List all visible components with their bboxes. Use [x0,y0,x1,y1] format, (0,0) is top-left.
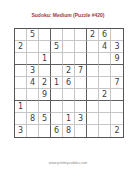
cell-r4-c6: 7 [75,65,87,77]
cell-r6-c9 [111,89,123,101]
cell-r1-c6 [75,29,87,41]
cell-r6-c2 [27,89,39,101]
cell-r5-c6 [75,77,87,89]
cell-r9-c4: 6 [51,125,63,137]
cell-r3-c3: 1 [39,53,51,65]
cell-r9-c7 [87,125,99,137]
cell-r6-c7 [87,89,99,101]
cell-r5-c7 [87,77,99,89]
cell-r2-c7 [87,41,99,53]
cell-r8-c1 [15,113,27,125]
cell-r9-c9: 2 [111,125,123,137]
cell-r2-c9: 3 [111,41,123,53]
cell-r6-c5 [63,89,75,101]
cell-r4-c3 [39,65,51,77]
cell-r4-c7 [87,65,99,77]
cell-r3-c8 [99,53,111,65]
cell-r9-c8 [99,125,111,137]
cell-r6-c4 [51,89,63,101]
cell-r9-c6 [75,125,87,137]
cell-r7-c1: 1 [15,101,27,113]
cell-r1-c7: 2 [87,29,99,41]
cell-r2-c8: 4 [99,41,111,53]
cell-r9-c3 [39,125,51,137]
cell-r8-c2: 8 [27,113,39,125]
cell-r5-c9: 7 [111,77,123,89]
cell-r3-c7 [87,53,99,65]
cell-r3-c4 [51,53,63,65]
cell-r9-c1: 3 [15,125,27,137]
puzzle-page: Sudoku: Medium (Puzzle #420) 52625431932… [0,0,136,176]
cell-r9-c5: 8 [63,125,75,137]
sudoku-grid: 5262543193274216792185133682 [14,28,124,138]
cell-r7-c7 [87,101,99,113]
cell-r1-c2: 5 [27,29,39,41]
cell-r5-c4: 1 [51,77,63,89]
cell-r6-c3: 9 [39,89,51,101]
cell-r8-c9 [111,113,123,125]
cell-r8-c8 [99,113,111,125]
cell-r3-c9: 9 [111,53,123,65]
cell-r3-c5 [63,53,75,65]
cell-r7-c8 [99,101,111,113]
cell-r7-c5 [63,101,75,113]
cell-r4-c9 [111,65,123,77]
cell-r7-c3 [39,101,51,113]
cell-r8-c4 [51,113,63,125]
cell-r9-c2 [27,125,39,137]
cell-r2-c6 [75,41,87,53]
cell-r7-c9 [111,101,123,113]
cell-r1-c9 [111,29,123,41]
cell-r3-c2 [27,53,39,65]
footer-url: www.printmysudoku.com [29,161,108,164]
cell-r5-c2: 4 [27,77,39,89]
cell-r2-c2 [27,41,39,53]
cell-r1-c3 [39,29,51,41]
cell-r5-c1 [15,77,27,89]
cell-r5-c3: 2 [39,77,51,89]
cell-r5-c8 [99,77,111,89]
cell-r4-c4 [51,65,63,77]
cell-r8-c6: 3 [75,113,87,125]
cell-r4-c5: 2 [63,65,75,77]
cell-r3-c6 [75,53,87,65]
cell-r2-c5 [63,41,75,53]
cell-r5-c5: 6 [63,77,75,89]
cell-r6-c8: 2 [99,89,111,101]
cell-r8-c3: 5 [39,113,51,125]
cell-r2-c4: 5 [51,41,63,53]
cell-r4-c8 [99,65,111,77]
cell-r1-c5 [63,29,75,41]
cell-r7-c4 [51,101,63,113]
cell-r6-c6 [75,89,87,101]
cell-r2-c1: 2 [15,41,27,53]
cell-r7-c6 [75,101,87,113]
cell-r7-c2 [27,101,39,113]
cell-r3-c1 [15,53,27,65]
cell-r8-c5: 1 [63,113,75,125]
cell-r6-c1 [15,89,27,101]
cell-r1-c4 [51,29,63,41]
cell-r4-c1 [15,65,27,77]
cell-r4-c2: 3 [27,65,39,77]
puzzle-title: Sudoku: Medium (Puzzle #420) [0,12,136,18]
cell-r8-c7 [87,113,99,125]
cell-r1-c1 [15,29,27,41]
cell-r2-c3 [39,41,51,53]
cell-r1-c8: 6 [99,29,111,41]
